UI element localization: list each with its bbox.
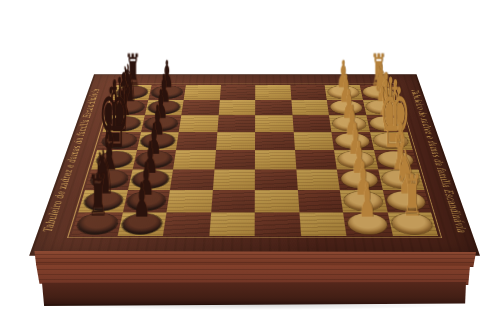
piece-base <box>140 133 176 148</box>
piece-white-pawn[interactable]: ♟ <box>337 169 383 190</box>
piece-base <box>143 116 178 130</box>
piece-base <box>381 171 421 189</box>
piece-base <box>100 133 137 148</box>
piece-silhouette: ♞ <box>364 56 401 108</box>
piece-white-pawn[interactable]: ♟ <box>326 100 366 116</box>
piece-base <box>121 214 164 235</box>
knight-glyph: ♞ <box>373 58 391 107</box>
piece-base <box>110 101 145 115</box>
piece-base <box>346 214 389 235</box>
piece-white-pawn[interactable]: ♟ <box>339 190 387 213</box>
piece-black-knight[interactable]: ♞ <box>107 100 148 116</box>
piece-base <box>135 151 173 168</box>
piece-black-pawn[interactable]: ♟ <box>127 169 173 190</box>
knight-glyph: ♞ <box>119 58 137 107</box>
piece-base <box>362 86 396 99</box>
piece-black-rook[interactable]: ♜ <box>112 85 152 100</box>
piece-base <box>332 116 367 130</box>
product-photo: Tabuleiro de xadrez e damas da família E… <box>0 0 500 323</box>
piece-black-knight[interactable]: ♞ <box>78 190 128 213</box>
piece-base <box>329 101 363 115</box>
piece-base <box>105 116 141 130</box>
piece-base <box>88 171 129 189</box>
piece-white-knight[interactable]: ♞ <box>382 190 432 213</box>
piece-white-king[interactable]: ♚ <box>373 150 419 169</box>
piece-base <box>151 86 184 99</box>
piece-white-pawn[interactable]: ♟ <box>334 150 378 169</box>
piece-base <box>391 214 435 235</box>
piece-black-pawn[interactable]: ♟ <box>148 85 186 100</box>
piece-black-pawn[interactable]: ♟ <box>140 115 181 132</box>
piece-base <box>369 116 405 130</box>
piece-base <box>327 86 360 99</box>
chess-board: Tabuleiro de xadrez e damas da família E… <box>29 74 480 256</box>
piece-white-rook[interactable]: ♜ <box>387 212 439 236</box>
piece-white-pawn[interactable]: ♟ <box>331 132 374 150</box>
piece-white-queen[interactable]: ♛ <box>369 132 413 150</box>
piece-white-rook[interactable]: ♜ <box>359 85 398 100</box>
piece-base <box>75 214 119 235</box>
piece-black-king[interactable]: ♚ <box>91 150 137 169</box>
piece-black-rook[interactable]: ♜ <box>71 212 123 236</box>
piece-black-bishop[interactable]: ♝ <box>102 115 144 132</box>
piece-silhouette: ♞ <box>110 56 147 108</box>
piece-base <box>337 151 375 168</box>
piece-white-pawn[interactable]: ♟ <box>329 115 370 132</box>
piece-black-pawn[interactable]: ♟ <box>132 150 176 169</box>
piece-black-queen[interactable]: ♛ <box>97 132 141 150</box>
piece-white-bishop[interactable]: ♝ <box>377 169 425 190</box>
piece-black-bishop[interactable]: ♝ <box>85 169 133 190</box>
piece-base <box>377 151 416 168</box>
piece-black-pawn[interactable]: ♟ <box>136 132 179 150</box>
piece-base <box>365 101 400 115</box>
piece-base <box>334 133 370 148</box>
ground-shadow <box>55 300 455 310</box>
piece-base <box>94 151 133 168</box>
piece-black-pawn[interactable]: ♟ <box>122 190 170 213</box>
piece-white-pawn[interactable]: ♟ <box>343 212 393 236</box>
box-body-front <box>36 264 470 285</box>
piece-base <box>340 171 379 189</box>
piece-base <box>373 133 410 148</box>
piece-black-pawn[interactable]: ♟ <box>117 212 167 236</box>
piece-black-pawn[interactable]: ♟ <box>144 100 184 116</box>
piece-base <box>131 171 170 189</box>
piece-base <box>115 86 149 99</box>
piece-white-pawn[interactable]: ♟ <box>324 85 362 100</box>
piece-white-bishop[interactable]: ♝ <box>366 115 408 132</box>
piece-white-knight[interactable]: ♞ <box>362 100 403 116</box>
piece-base <box>147 101 181 115</box>
